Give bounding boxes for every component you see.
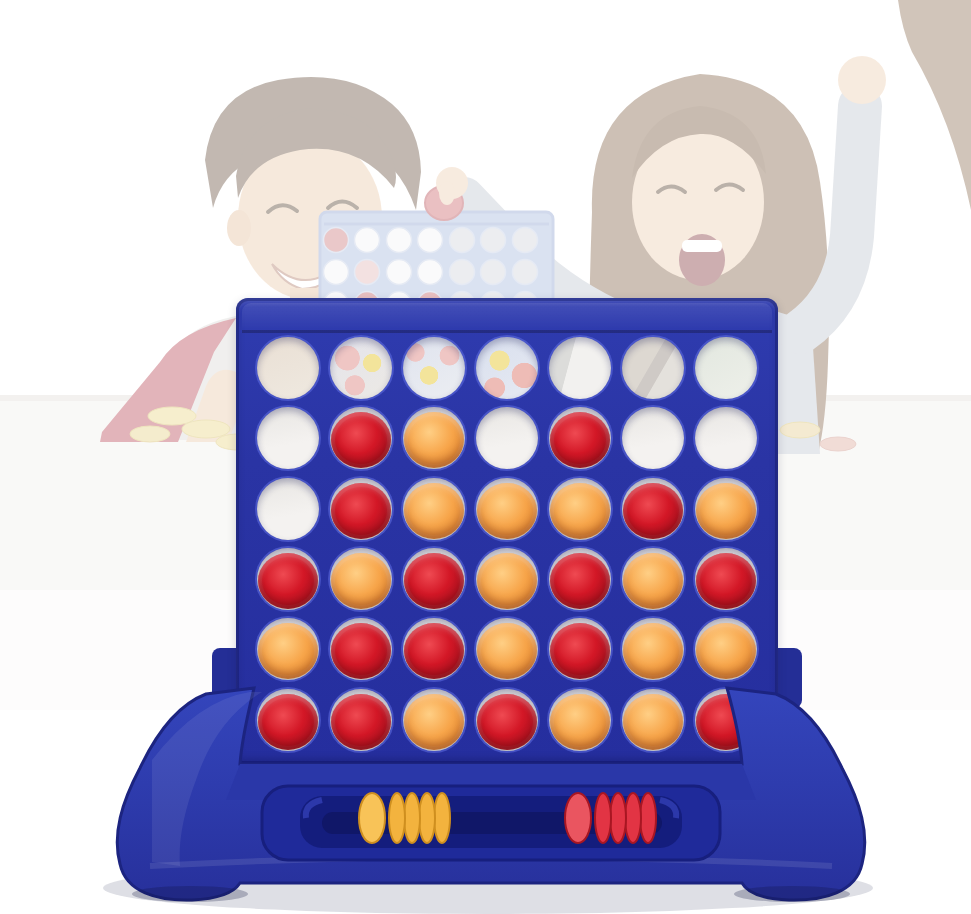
red-disc [623,483,683,539]
cell-r4c4 [470,544,543,614]
orange-disc [477,483,537,539]
cell-r1c6 [617,333,690,403]
cell-r4c5 [544,544,617,614]
orange-disc-hole [476,478,538,540]
empty-hole [403,337,465,399]
cell-r5c4 [470,614,543,684]
yellow-disc-stack [359,793,450,843]
red-disc-hole [476,689,538,751]
empty-hole [257,337,319,399]
red-disc-hole [403,548,465,610]
empty-hole [622,337,684,399]
cell-r6c2 [324,685,397,755]
orange-disc-hole [695,478,757,540]
red-disc-hole [330,407,392,469]
orange-disc [550,483,610,539]
cell-r2c4 [470,403,543,473]
red-disc [696,553,756,609]
red-disc [258,694,318,750]
cell-r2c2 [324,403,397,473]
orange-disc-hole [403,407,465,469]
orange-disc-hole [403,478,465,540]
red-disc [404,623,464,679]
cell-r3c2 [324,474,397,544]
hand-with-red-disc [425,167,468,220]
cell-r5c5 [544,614,617,684]
cell-r4c2 [324,544,397,614]
orange-disc [550,694,610,750]
red-disc [331,412,391,468]
orange-disc-hole [476,618,538,680]
orange-disc [477,553,537,609]
cell-r4c1 [251,544,324,614]
empty-hole [476,407,538,469]
orange-disc-hole [622,548,684,610]
red-disc-hole [330,689,392,751]
red-disc-hole [257,548,319,610]
orange-disc-hole [622,689,684,751]
cell-r2c3 [397,403,470,473]
red-disc-hole [549,407,611,469]
orange-disc-hole [549,689,611,751]
red-disc [550,553,610,609]
red-disc [550,623,610,679]
disc-tray [262,786,720,860]
board-top-rail [242,303,772,333]
base-shadow [103,862,873,914]
cell-r4c6 [617,544,690,614]
empty-hole [622,407,684,469]
orange-disc [477,623,537,679]
cell-r1c3 [397,333,470,403]
cell-r3c3 [397,474,470,544]
cell-r5c7 [690,614,763,684]
cell-r6c4 [470,685,543,755]
cell-r6c1 [251,685,324,755]
red-disc-hole [622,478,684,540]
cell-r2c1 [251,403,324,473]
red-disc [331,623,391,679]
orange-disc [623,694,683,750]
orange-disc-hole [476,548,538,610]
orange-disc-hole [549,478,611,540]
red-disc-hole [549,548,611,610]
cell-r4c7 [690,544,763,614]
red-disc-hole [330,618,392,680]
red-disc [331,694,391,750]
cell-r5c2 [324,614,397,684]
orange-disc-hole [257,618,319,680]
orange-disc-hole [622,618,684,680]
orange-disc-hole [330,548,392,610]
red-disc-hole [695,689,757,751]
orange-disc [404,483,464,539]
orange-disc [404,694,464,750]
cell-r1c7 [690,333,763,403]
red-disc [258,553,318,609]
orange-disc [623,623,683,679]
red-disc-hole [403,618,465,680]
cell-r5c6 [617,614,690,684]
cell-r5c3 [397,614,470,684]
empty-hole [257,478,319,540]
red-disc-hole [549,618,611,680]
red-disc-stack [565,793,656,843]
empty-hole [476,337,538,399]
cell-r1c4 [470,333,543,403]
orange-disc [696,623,756,679]
red-disc [550,412,610,468]
cell-r3c4 [470,474,543,544]
cell-r3c6 [617,474,690,544]
orange-disc [331,553,391,609]
cell-r5c1 [251,614,324,684]
cell-r6c3 [397,685,470,755]
red-disc [404,553,464,609]
cell-r4c3 [397,544,470,614]
orange-disc-hole [695,618,757,680]
empty-hole [695,407,757,469]
red-disc-hole [695,548,757,610]
empty-hole [695,337,757,399]
cell-r6c6 [617,685,690,755]
red-disc-hole [257,689,319,751]
cell-r2c6 [617,403,690,473]
cell-r6c5 [544,685,617,755]
cell-r2c7 [690,403,763,473]
cell-r6c7 [690,685,763,755]
empty-hole [257,407,319,469]
orange-disc [404,412,464,468]
orange-disc-hole [403,689,465,751]
product-photo-stage [0,0,971,914]
orange-disc [258,623,318,679]
cell-r1c2 [324,333,397,403]
cell-r3c7 [690,474,763,544]
red-disc [696,694,756,750]
empty-hole [330,337,392,399]
cell-r1c5 [544,333,617,403]
cell-r1c1 [251,333,324,403]
cell-r3c1 [251,474,324,544]
board-holes [251,333,763,755]
connect-four-board [236,298,778,764]
red-disc [331,483,391,539]
red-disc [477,694,537,750]
red-disc-hole [330,478,392,540]
cell-r2c5 [544,403,617,473]
orange-disc [623,553,683,609]
empty-hole [549,337,611,399]
orange-disc [696,483,756,539]
cell-r3c5 [544,474,617,544]
